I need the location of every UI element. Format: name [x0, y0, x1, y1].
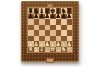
square-h1[interactable]: ♜	[67, 47, 73, 53]
chess-board: ♜♞♝♛♚♝♞♜♟♟♟♟♟♟♟♟♟♟♟♟♟♟♟♟♜♞♝♛♚♝♞♜	[21, 1, 79, 62]
piece-white-rook[interactable]: ♜	[66, 46, 72, 53]
board-grid: ♜♞♝♛♚♝♞♜♟♟♟♟♟♟♟♟♟♟♟♟♟♟♟♟♜♞♝♛♚♝♞♜	[28, 8, 72, 52]
box-clasp	[46, 58, 54, 63]
product-photo: ♜♞♝♛♚♝♞♜♟♟♟♟♟♟♟♟♟♟♟♟♟♟♟♟♜♞♝♛♚♝♞♜	[0, 0, 100, 67]
